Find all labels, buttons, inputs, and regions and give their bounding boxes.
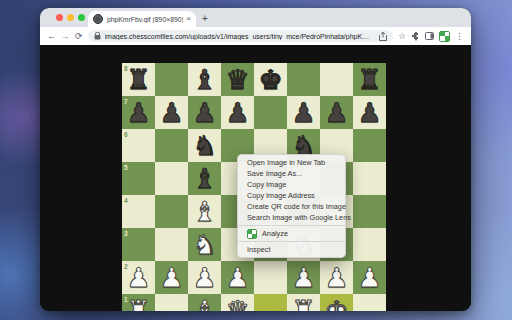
context-menu-item-label: Search Image with Google Lens [247,213,351,222]
square-f8 [287,63,320,96]
square-c7: ♟ [188,96,221,129]
square-h4 [353,195,386,228]
macos-close-button[interactable] [56,14,63,21]
square-c4: ♝ [188,195,221,228]
context-menu-item-save-image-as[interactable]: Save Image As... [238,168,345,179]
square-g1: g♚ [320,294,353,311]
reload-icon[interactable]: ⟳ [75,31,83,41]
address-bar[interactable]: images.chesscomfiles.com/uploads/v1/imag… [88,30,393,42]
square-g8 [320,63,353,96]
piece-black-rook: ♜ [122,63,155,96]
browser-toolbar: ← → ⟳ images.chesscomfiles.com/uploads/v… [40,27,471,45]
piece-white-rook: ♜ [122,294,155,311]
square-d8: ♛ [221,63,254,96]
new-tab-button[interactable]: + [202,12,208,26]
square-c1: c♝ [188,294,221,311]
piece-white-pawn: ♟ [353,261,386,294]
square-b7: ♟ [155,96,188,129]
square-h5 [353,162,386,195]
context-menu-item-copy-image[interactable]: Copy Image [238,179,345,190]
square-d7: ♟ [221,96,254,129]
rank-label-3: 3 [124,230,128,237]
tab-title: phpKmrFbv.gif (890×890) [107,16,183,23]
context-menu-item-label: Analyze [262,229,288,238]
analyze-extension-icon [247,229,257,239]
piece-white-bishop: ♝ [188,294,221,311]
piece-black-knight: ♞ [188,129,221,162]
piece-white-bishop: ♝ [188,195,221,228]
piece-white-pawn: ♟ [287,261,320,294]
square-a8: 8♜ [122,63,155,96]
square-a7: 7♟ [122,96,155,129]
square-a5: 5 [122,162,155,195]
context-menu-item-analyze[interactable]: Analyze [238,228,345,239]
context-menu-item-inspect[interactable]: Inspect [238,244,345,255]
square-h8: ♜ [353,63,386,96]
browser-tab[interactable]: phpKmrFbv.gif (890×890) × [88,11,196,27]
piece-black-pawn: ♟ [188,96,221,129]
side-panel-icon[interactable] [425,32,434,40]
piece-white-pawn: ♟ [188,261,221,294]
extensions-puzzle-icon[interactable] [411,32,420,41]
context-menu-separator [238,241,345,242]
context-menu-item-label: Open Image in New Tab [247,158,325,167]
square-c8: ♝ [188,63,221,96]
piece-white-pawn: ♟ [155,261,188,294]
square-a2: 2♟ [122,261,155,294]
piece-white-pawn: ♟ [122,261,155,294]
square-c2: ♟ [188,261,221,294]
context-menu-separator [238,225,345,226]
piece-black-king: ♚ [254,63,287,96]
context-menu-item-create-qr-code-for-this-image[interactable]: Create QR code for this Image [238,201,345,212]
piece-black-rook: ♜ [353,63,386,96]
piece-black-pawn: ♟ [122,96,155,129]
square-d2: ♟ [221,261,254,294]
context-menu-item-label: Copy Image Address [247,191,315,200]
rank-label-6: 6 [124,131,128,138]
rank-label-5: 5 [124,164,128,171]
piece-white-pawn: ♟ [221,261,254,294]
piece-black-pawn: ♟ [155,96,188,129]
square-g7: ♟ [320,96,353,129]
square-b8 [155,63,188,96]
context-menu-item-search-image-with-google-lens[interactable]: Search Image with Google Lens [238,212,345,223]
square-e1: e [254,294,287,311]
piece-white-queen: ♛ [221,294,254,311]
context-menu-item-copy-image-address[interactable]: Copy Image Address [238,190,345,201]
site-security-lock-icon [94,32,101,40]
context-menu-item-label: Create QR code for this Image [247,202,346,211]
square-h1: h [353,294,386,311]
piece-black-bishop: ♝ [188,63,221,96]
back-icon[interactable]: ← [47,31,56,41]
square-b6 [155,129,188,162]
square-a4: 4 [122,195,155,228]
square-b4 [155,195,188,228]
tab-close-icon[interactable]: × [186,15,191,23]
square-g2: ♟ [320,261,353,294]
square-c6: ♞ [188,129,221,162]
piece-black-pawn: ♟ [320,96,353,129]
context-menu-item-label: Save Image As... [247,169,302,178]
square-b5 [155,162,188,195]
square-a3: 3 [122,228,155,261]
analyze-extension-icon[interactable] [439,31,450,42]
piece-white-king: ♚ [320,294,353,311]
square-h7: ♟ [353,96,386,129]
piece-black-pawn: ♟ [353,96,386,129]
browser-menu-kebab-icon[interactable]: ⋮ [455,31,464,41]
piece-black-queen: ♛ [221,63,254,96]
square-f2: ♟ [287,261,320,294]
square-e7 [254,96,287,129]
macos-minimize-button[interactable] [67,14,74,21]
square-b2: ♟ [155,261,188,294]
tab-favicon-icon [93,14,103,24]
tab-strip: phpKmrFbv.gif (890×890) × + [40,8,471,27]
square-h6 [353,129,386,162]
piece-black-pawn: ♟ [221,96,254,129]
square-b1: b [155,294,188,311]
url-text: images.chesscomfiles.com/uploads/v1/imag… [105,33,375,40]
square-e8: ♚ [254,63,287,96]
square-c5: ♝ [188,162,221,195]
desktop-wallpaper: phpKmrFbv.gif (890×890) × + ← → ⟳ images… [0,0,512,320]
context-menu-item-label: Inspect [247,245,271,254]
square-f1: f♜ [287,294,320,311]
square-e2 [254,261,287,294]
piece-black-pawn: ♟ [287,96,320,129]
square-h3 [353,228,386,261]
square-a6: 6 [122,129,155,162]
square-h2: ♟ [353,261,386,294]
bookmark-star-icon[interactable]: ☆ [398,31,406,41]
context-menu-item-label: Copy Image [247,180,286,189]
square-c3: ♞ [188,228,221,261]
square-a1: 1a♜ [122,294,155,311]
forward-icon[interactable]: → [61,31,70,41]
square-d1: d♛ [221,294,254,311]
macos-zoom-button[interactable] [78,14,85,21]
piece-white-rook: ♜ [287,294,320,311]
rank-label-4: 4 [124,197,128,204]
context-menu-item-open-image-in-new-tab[interactable]: Open Image in New Tab [238,157,345,168]
piece-white-knight: ♞ [188,228,221,261]
square-f7: ♟ [287,96,320,129]
piece-white-pawn: ♟ [320,261,353,294]
share-icon[interactable] [379,32,387,41]
square-b3 [155,228,188,261]
context-menu: Open Image in New TabSave Image As...Cop… [237,154,346,258]
piece-black-bishop: ♝ [188,162,221,195]
